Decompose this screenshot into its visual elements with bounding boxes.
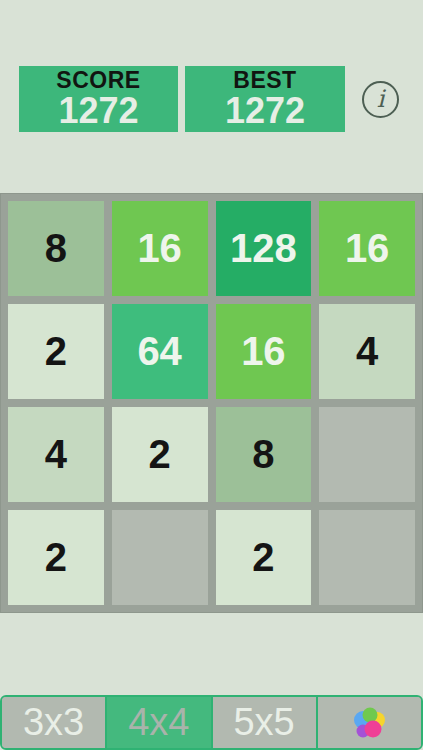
best-label: BEST [233, 68, 296, 92]
grid-size-tabs: 3x3 4x4 5x5 [0, 695, 423, 750]
tab-4x4[interactable]: 4x4 [105, 697, 210, 748]
tile-16-r1c2: 16 [112, 201, 208, 296]
score-label: SCORE [56, 68, 140, 92]
tile-8-r1c1: 8 [8, 201, 104, 296]
tile-16-r1c4: 16 [319, 201, 415, 296]
tile-2-r2c1: 2 [8, 304, 104, 399]
tile-2-r4c3: 2 [216, 510, 312, 605]
info-icon: i [377, 87, 385, 111]
empty-cell-r4c4 [319, 510, 415, 605]
tab-game-center[interactable] [316, 697, 421, 748]
tile-4-r3c1: 4 [8, 407, 104, 502]
tile-2-r4c1: 2 [8, 510, 104, 605]
tile-2-r3c2: 2 [112, 407, 208, 502]
tile-64-r2c2: 64 [112, 304, 208, 399]
score-value: 1272 [58, 92, 138, 130]
tab-3x3[interactable]: 3x3 [2, 697, 105, 748]
best-box: BEST 1272 [185, 66, 345, 132]
best-value: 1272 [225, 92, 305, 130]
tile-128-r1c3: 128 [216, 201, 312, 296]
tile-16-r2c3: 16 [216, 304, 312, 399]
tab-5x5[interactable]: 5x5 [211, 697, 316, 748]
score-box: SCORE 1272 [19, 66, 178, 132]
game-center-icon [352, 707, 386, 739]
empty-cell-r4c2 [112, 510, 208, 605]
tile-4-r2c4: 4 [319, 304, 415, 399]
empty-cell-r3c4 [319, 407, 415, 502]
game-board[interactable]: 8161281626416442822 [0, 193, 423, 613]
tile-8-r3c3: 8 [216, 407, 312, 502]
info-button[interactable]: i [362, 81, 399, 118]
